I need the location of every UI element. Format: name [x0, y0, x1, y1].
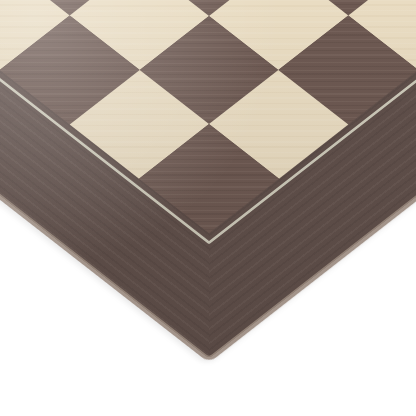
chessboard-photo — [0, 0, 416, 416]
chess-board — [0, 0, 416, 359]
